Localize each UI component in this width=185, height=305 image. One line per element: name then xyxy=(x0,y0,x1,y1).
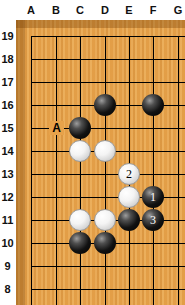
grid-line-col-D xyxy=(105,36,106,305)
grid-line-row-8 xyxy=(31,289,185,290)
stone-black-E11[interactable] xyxy=(118,209,140,231)
stone-white-E13[interactable]: 2 xyxy=(118,163,140,185)
grid-line-row-13 xyxy=(31,174,185,175)
stone-black-F16[interactable] xyxy=(142,94,164,116)
stone-black-C15[interactable] xyxy=(69,117,91,139)
stone-white-C14[interactable] xyxy=(69,140,91,162)
grid-line-row-18 xyxy=(31,59,185,60)
stone-white-D11[interactable] xyxy=(94,209,116,231)
stone-black-D16[interactable] xyxy=(94,94,116,116)
grid-line-col-F xyxy=(153,36,154,305)
grid-line-col-B xyxy=(56,36,57,305)
point-label-A-B15: A xyxy=(49,121,64,135)
grid-line-row-19 xyxy=(31,36,185,37)
stone-white-C11[interactable] xyxy=(69,209,91,231)
grid-line-col-C xyxy=(80,36,81,305)
go-board-app: ABCDEFG 1918171615141312111098 A213 xyxy=(0,0,185,305)
stone-white-D14[interactable] xyxy=(94,140,116,162)
grid-line-col-A xyxy=(31,36,32,305)
grid-line-row-9 xyxy=(31,266,185,267)
stone-black-C10[interactable] xyxy=(69,232,91,254)
grid-line-row-17 xyxy=(31,82,185,83)
board-layer: A213 xyxy=(0,0,185,305)
stone-black-D10[interactable] xyxy=(94,232,116,254)
stone-white-E12[interactable] xyxy=(118,186,140,208)
stone-black-F12[interactable]: 1 xyxy=(142,186,164,208)
stone-black-F11[interactable]: 3 xyxy=(142,209,164,231)
grid-line-col-G xyxy=(178,36,179,305)
